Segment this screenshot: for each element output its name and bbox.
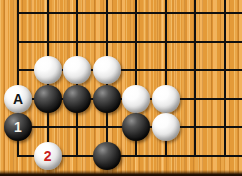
stone-black bbox=[34, 85, 62, 113]
stone-label: 2 bbox=[44, 149, 52, 163]
grid-line-vertical bbox=[194, 0, 196, 157]
stone-white bbox=[152, 85, 180, 113]
go-board[interactable]: A12 bbox=[0, 0, 242, 176]
grid-line-horizontal bbox=[17, 41, 242, 43]
stone-white-A: A bbox=[4, 85, 32, 113]
go-diagram: A12 bbox=[0, 0, 242, 176]
stone-white-2: 2 bbox=[34, 142, 62, 170]
stone-black bbox=[63, 85, 91, 113]
board-bottom-edge bbox=[0, 170, 242, 176]
stone-black bbox=[122, 113, 150, 141]
stone-black-1: 1 bbox=[4, 113, 32, 141]
stone-white bbox=[152, 113, 180, 141]
stone-white bbox=[122, 85, 150, 113]
grid-line-horizontal bbox=[17, 12, 242, 14]
stone-label: 1 bbox=[14, 120, 22, 134]
stone-black bbox=[93, 142, 121, 170]
stone-white bbox=[34, 56, 62, 84]
stone-white bbox=[93, 56, 121, 84]
grid-line-vertical bbox=[224, 0, 226, 157]
stone-white bbox=[63, 56, 91, 84]
stone-black bbox=[93, 85, 121, 113]
stone-label: A bbox=[13, 91, 23, 105]
